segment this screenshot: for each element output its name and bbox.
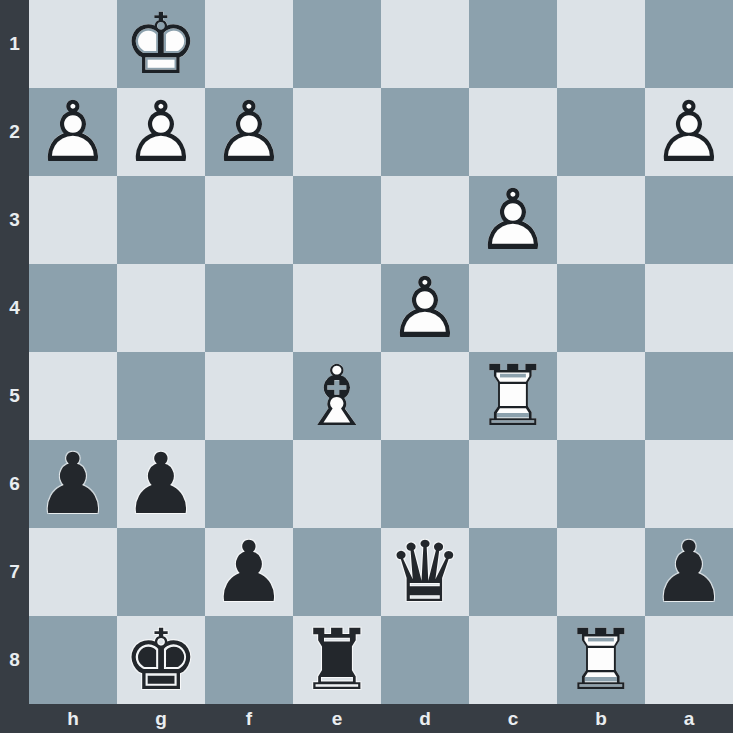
piece-white-pawn[interactable]: ♟♙ (205, 88, 293, 176)
square-b1[interactable] (557, 0, 645, 88)
square-g2[interactable]: ♟♙ (117, 88, 205, 176)
square-e3[interactable] (293, 176, 381, 264)
square-f4[interactable] (205, 264, 293, 352)
square-b2[interactable] (557, 88, 645, 176)
piece-black-rook[interactable]: ♜ (293, 616, 381, 704)
white-pawn-outline-glyph: ♙ (29, 88, 117, 176)
piece-white-bishop[interactable]: ♝♗ (293, 352, 381, 440)
white-pawn-outline-glyph: ♙ (381, 264, 469, 352)
chess-board-frame: 12345678 ♚♔♟♙♟♙♟♙♟♙♟♙♟♙♝♗♜♖♟♟♟♛♟♚♜♜♖ hgf… (0, 0, 733, 733)
square-a4[interactable] (645, 264, 733, 352)
file-label-f: f (205, 704, 293, 733)
square-c7[interactable] (469, 528, 557, 616)
square-e6[interactable] (293, 440, 381, 528)
piece-black-queen[interactable]: ♛ (381, 528, 469, 616)
corner-spacer (0, 704, 29, 733)
square-c5[interactable]: ♜♖ (469, 352, 557, 440)
square-e2[interactable] (293, 88, 381, 176)
piece-white-rook[interactable]: ♜♖ (469, 352, 557, 440)
white-king-outline-glyph: ♔ (117, 0, 205, 88)
square-g7[interactable] (117, 528, 205, 616)
square-b4[interactable] (557, 264, 645, 352)
square-g5[interactable] (117, 352, 205, 440)
file-label-c: c (469, 704, 557, 733)
square-g4[interactable] (117, 264, 205, 352)
rank-label-5: 5 (0, 352, 29, 440)
square-b3[interactable] (557, 176, 645, 264)
square-h7[interactable] (29, 528, 117, 616)
white-pawn-outline-glyph: ♙ (117, 88, 205, 176)
rank-label-7: 7 (0, 528, 29, 616)
square-a8[interactable] (645, 616, 733, 704)
square-a2[interactable]: ♟♙ (645, 88, 733, 176)
square-a3[interactable] (645, 176, 733, 264)
file-label-a: a (645, 704, 733, 733)
black-pawn-glyph: ♟ (117, 440, 205, 528)
square-f6[interactable] (205, 440, 293, 528)
square-e4[interactable] (293, 264, 381, 352)
piece-black-pawn[interactable]: ♟ (117, 440, 205, 528)
rank-label-2: 2 (0, 88, 29, 176)
white-pawn-outline-glyph: ♙ (645, 88, 733, 176)
square-e1[interactable] (293, 0, 381, 88)
square-d4[interactable]: ♟♙ (381, 264, 469, 352)
square-f1[interactable] (205, 0, 293, 88)
black-pawn-glyph: ♟ (29, 440, 117, 528)
file-label-d: d (381, 704, 469, 733)
white-rook-outline-glyph: ♖ (469, 352, 557, 440)
square-g3[interactable] (117, 176, 205, 264)
black-pawn-glyph: ♟ (645, 528, 733, 616)
square-d6[interactable] (381, 440, 469, 528)
square-c6[interactable] (469, 440, 557, 528)
rank-label-4: 4 (0, 264, 29, 352)
square-e5[interactable]: ♝♗ (293, 352, 381, 440)
square-h1[interactable] (29, 0, 117, 88)
square-h8[interactable] (29, 616, 117, 704)
file-label-h: h (29, 704, 117, 733)
square-c3[interactable]: ♟♙ (469, 176, 557, 264)
square-h6[interactable]: ♟ (29, 440, 117, 528)
rank-labels: 12345678 (0, 0, 29, 704)
piece-white-pawn[interactable]: ♟♙ (29, 88, 117, 176)
square-f8[interactable] (205, 616, 293, 704)
piece-black-pawn[interactable]: ♟ (205, 528, 293, 616)
black-queen-glyph: ♛ (381, 528, 469, 616)
white-bishop-outline-glyph: ♗ (293, 352, 381, 440)
square-c1[interactable] (469, 0, 557, 88)
square-f2[interactable]: ♟♙ (205, 88, 293, 176)
piece-white-pawn[interactable]: ♟♙ (469, 176, 557, 264)
square-b5[interactable] (557, 352, 645, 440)
square-c2[interactable] (469, 88, 557, 176)
square-c4[interactable] (469, 264, 557, 352)
square-e7[interactable] (293, 528, 381, 616)
square-f7[interactable]: ♟ (205, 528, 293, 616)
square-a1[interactable] (645, 0, 733, 88)
rank-label-8: 8 (0, 616, 29, 704)
piece-white-king[interactable]: ♚♔ (117, 0, 205, 88)
square-b8[interactable]: ♜♖ (557, 616, 645, 704)
white-pawn-outline-glyph: ♙ (205, 88, 293, 176)
square-h5[interactable] (29, 352, 117, 440)
rank-label-3: 3 (0, 176, 29, 264)
piece-white-pawn[interactable]: ♟♙ (381, 264, 469, 352)
square-a5[interactable] (645, 352, 733, 440)
rank-label-6: 6 (0, 440, 29, 528)
square-g1[interactable]: ♚♔ (117, 0, 205, 88)
square-a7[interactable]: ♟ (645, 528, 733, 616)
piece-white-rook[interactable]: ♜♖ (557, 616, 645, 704)
square-c8[interactable] (469, 616, 557, 704)
square-a6[interactable] (645, 440, 733, 528)
piece-white-pawn[interactable]: ♟♙ (645, 88, 733, 176)
square-f3[interactable] (205, 176, 293, 264)
square-g6[interactable]: ♟ (117, 440, 205, 528)
square-f5[interactable] (205, 352, 293, 440)
board: ♚♔♟♙♟♙♟♙♟♙♟♙♟♙♝♗♜♖♟♟♟♛♟♚♜♜♖ (29, 0, 733, 704)
square-h4[interactable] (29, 264, 117, 352)
piece-black-pawn[interactable]: ♟ (29, 440, 117, 528)
square-d1[interactable] (381, 0, 469, 88)
square-h3[interactable] (29, 176, 117, 264)
square-d3[interactable] (381, 176, 469, 264)
square-d8[interactable] (381, 616, 469, 704)
square-e8[interactable]: ♜ (293, 616, 381, 704)
square-d5[interactable] (381, 352, 469, 440)
square-g8[interactable]: ♚ (117, 616, 205, 704)
square-b7[interactable] (557, 528, 645, 616)
white-rook-outline-glyph: ♖ (557, 616, 645, 704)
square-h2[interactable]: ♟♙ (29, 88, 117, 176)
piece-white-pawn[interactable]: ♟♙ (117, 88, 205, 176)
black-pawn-glyph: ♟ (205, 528, 293, 616)
square-d7[interactable]: ♛ (381, 528, 469, 616)
piece-black-king[interactable]: ♚ (117, 616, 205, 704)
black-rook-glyph: ♜ (293, 616, 381, 704)
square-d2[interactable] (381, 88, 469, 176)
white-pawn-outline-glyph: ♙ (469, 176, 557, 264)
black-king-glyph: ♚ (117, 616, 205, 704)
square-b6[interactable] (557, 440, 645, 528)
piece-black-pawn[interactable]: ♟ (645, 528, 733, 616)
rank-label-1: 1 (0, 0, 29, 88)
